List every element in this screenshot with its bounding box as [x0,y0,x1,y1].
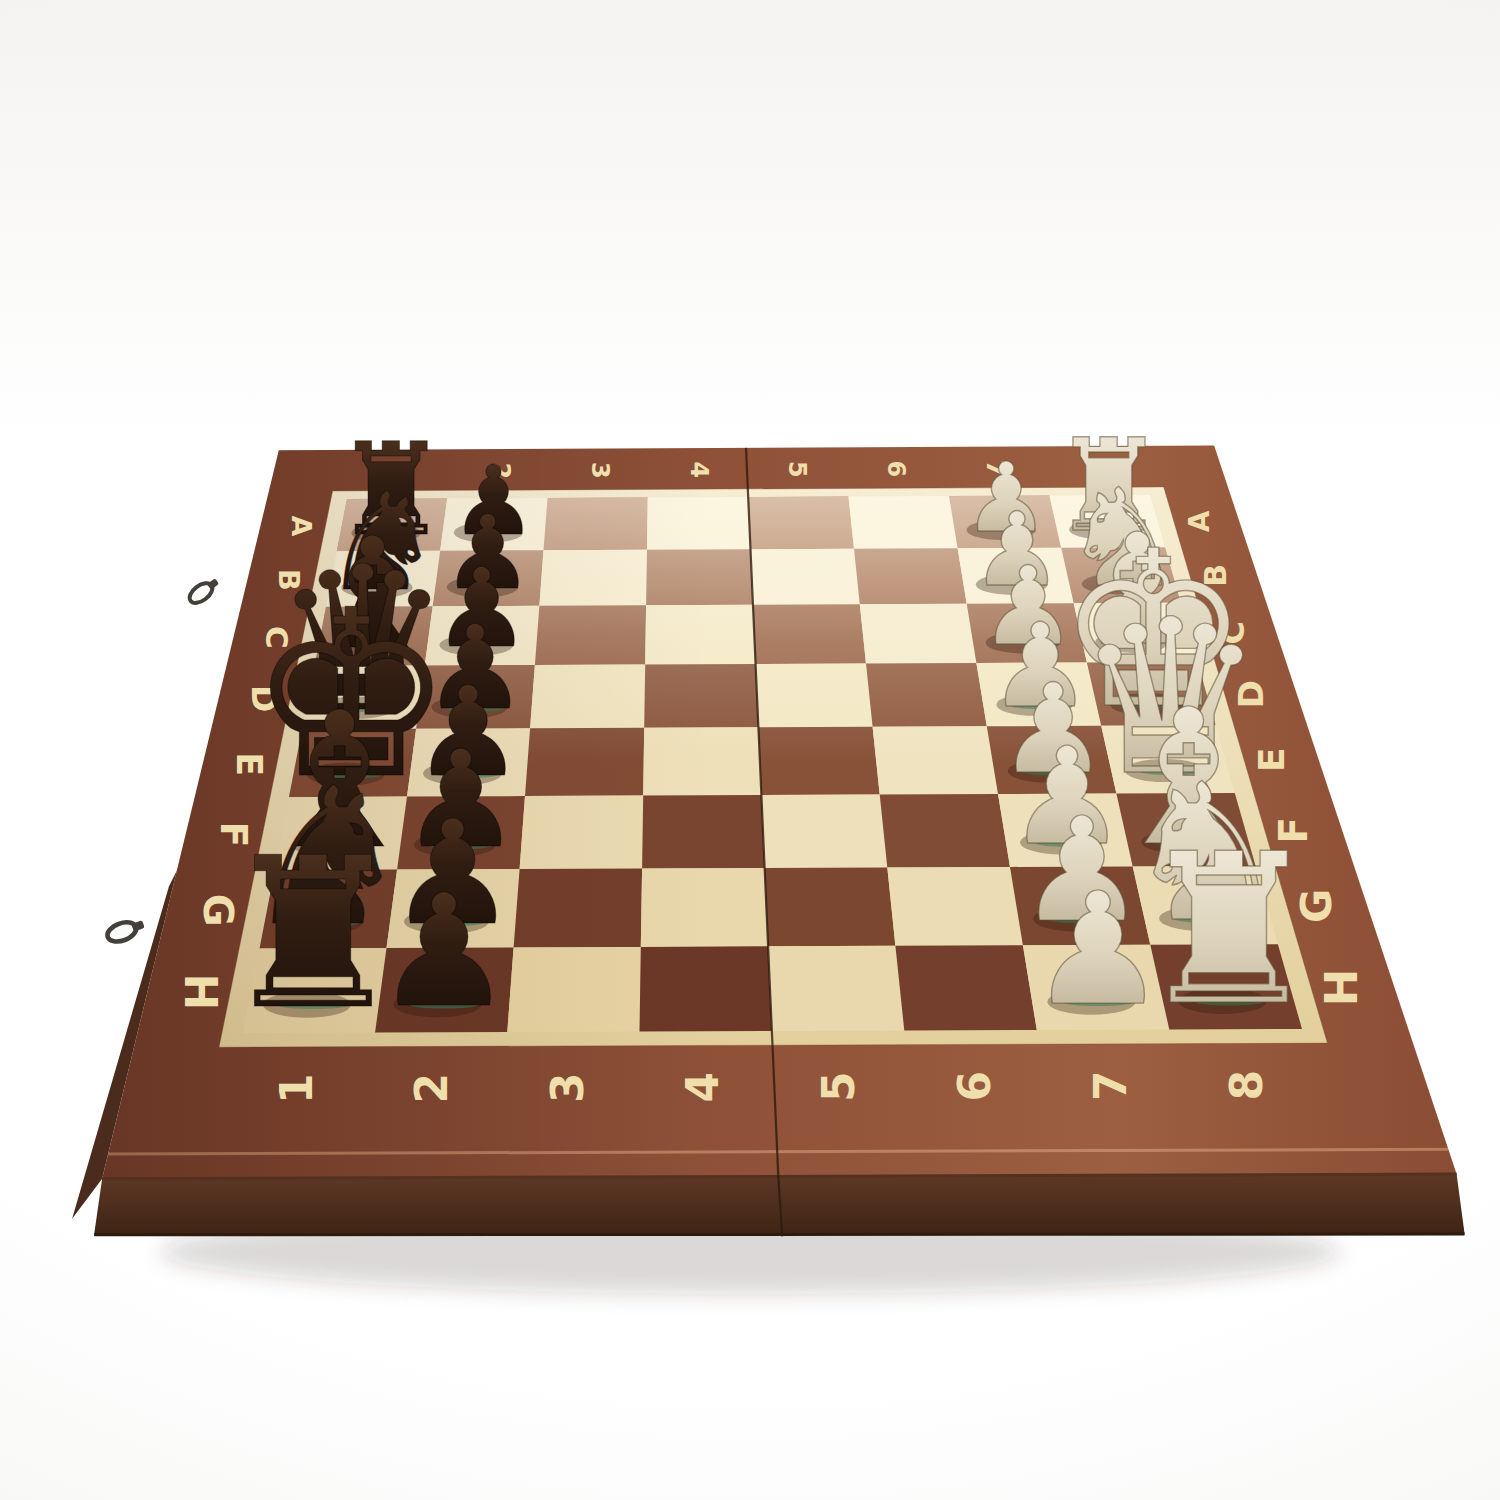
column-label-front-6: 6 [949,1071,1000,1102]
box-bottom-edge [94,1234,1464,1235]
column-label-front-8: 8 [1221,1070,1272,1101]
column-label-front-3: 3 [542,1072,593,1103]
column-label-front-7: 7 [1085,1070,1136,1101]
column-label-back-4: 4 [685,462,713,479]
column-label-front-5: 5 [813,1071,864,1102]
column-label-front-1: 1 [271,1073,322,1104]
piece-glyph-pawn: ♟ [374,861,513,1042]
piece-white-rook-h8[interactable]: ♜ [1136,809,1322,1051]
clasp-bottom-left [105,916,147,945]
clasp-top-left [186,575,221,607]
chess-set-photo: AABBCCDDEEFFGGHH1122334455667788♜♟♟♜♞♟♟♞… [0,0,1500,1500]
column-label-front-2: 2 [406,1073,457,1104]
row-label-left-h: H [175,973,226,1010]
column-label-back-3: 3 [586,462,614,479]
row-label-right-h: H [1315,968,1368,1006]
piece-glyph-rook: ♜ [1136,809,1322,1051]
column-label-back-6: 6 [882,461,910,478]
column-label-front-4: 4 [678,1072,729,1103]
column-label-back-5: 5 [783,461,811,478]
photo-stage: AABBCCDDEEFFGGHH1122334455667788♜♟♟♜♞♟♟♞… [0,0,1500,1500]
piece-black-pawn-h2[interactable]: ♟ [374,861,513,1042]
